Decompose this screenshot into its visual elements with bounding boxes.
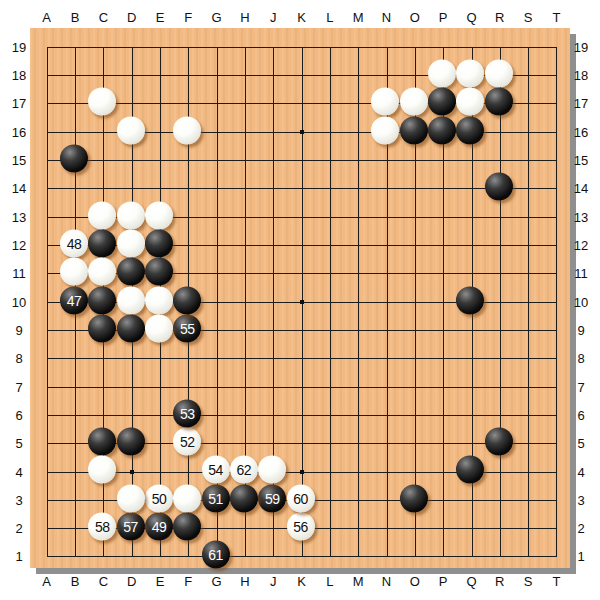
move-number: 56: [293, 520, 308, 534]
stone-F9: 55: [173, 314, 201, 342]
row-label-right-18: 18: [574, 68, 588, 83]
row-label-left-16: 16: [12, 124, 26, 139]
stone-D10: [117, 286, 145, 314]
col-label-bottom-K: K: [297, 574, 306, 589]
col-label-bottom-A: A: [42, 574, 51, 589]
col-label-top-G: G: [212, 10, 222, 25]
stone-F6: 53: [173, 399, 201, 427]
move-number: 47: [67, 293, 82, 307]
stone-B12: 48: [60, 229, 88, 257]
stone-Q18: [456, 60, 484, 88]
col-label-top-O: O: [410, 10, 420, 25]
row-label-right-14: 14: [574, 181, 588, 196]
stone-C10: [88, 286, 116, 314]
stone-C9: [88, 314, 116, 342]
stone-C11: [88, 258, 116, 286]
row-label-right-7: 7: [577, 379, 584, 394]
stone-D5: [117, 428, 145, 456]
stone-J3: 59: [258, 484, 286, 512]
col-label-top-P: P: [439, 10, 448, 25]
stone-G1: 61: [202, 541, 230, 569]
col-label-bottom-B: B: [71, 574, 80, 589]
move-number: 50: [152, 491, 167, 505]
col-label-bottom-H: H: [240, 574, 249, 589]
col-label-bottom-G: G: [212, 574, 222, 589]
stone-G3: 51: [202, 484, 230, 512]
stone-R14: [485, 173, 513, 201]
row-label-left-2: 2: [15, 521, 22, 536]
col-label-bottom-M: M: [353, 574, 364, 589]
row-label-left-3: 3: [15, 492, 22, 507]
row-label-right-12: 12: [574, 237, 588, 252]
row-label-left-11: 11: [12, 266, 26, 281]
row-label-left-19: 19: [12, 39, 26, 54]
col-label-bottom-E: E: [156, 574, 165, 589]
stone-Q17: [456, 88, 484, 116]
move-number: 62: [237, 463, 252, 477]
move-number: 60: [293, 491, 308, 505]
stone-R5: [485, 428, 513, 456]
row-label-right-15: 15: [574, 152, 588, 167]
col-label-top-T: T: [552, 10, 560, 25]
move-number: 54: [208, 463, 223, 477]
row-label-right-6: 6: [577, 407, 584, 422]
col-label-top-J: J: [270, 10, 277, 25]
stone-P16: [428, 116, 456, 144]
stone-P17: [428, 88, 456, 116]
stone-J4: [258, 456, 286, 484]
col-label-bottom-T: T: [552, 574, 560, 589]
row-label-left-15: 15: [12, 152, 26, 167]
stone-Q10: [456, 286, 484, 314]
row-label-left-6: 6: [15, 407, 22, 422]
stone-C13: [88, 201, 116, 229]
col-label-bottom-L: L: [326, 574, 333, 589]
col-label-bottom-S: S: [524, 574, 533, 589]
move-number: 49: [152, 520, 167, 534]
col-label-top-K: K: [297, 10, 306, 25]
stone-B15: [60, 144, 88, 172]
row-label-left-5: 5: [15, 436, 22, 451]
stone-C4: [88, 456, 116, 484]
move-number: 61: [208, 548, 223, 562]
row-label-left-9: 9: [15, 322, 22, 337]
go-board[interactable]: 47484950515253545556575859606162: [30, 28, 570, 568]
stone-F3: [173, 484, 201, 512]
stone-Q16: [456, 116, 484, 144]
row-label-right-19: 19: [574, 39, 588, 54]
stone-E3: 50: [145, 484, 173, 512]
row-label-right-5: 5: [577, 436, 584, 451]
stone-R17: [485, 88, 513, 116]
stone-D16: [117, 116, 145, 144]
stone-C12: [88, 229, 116, 257]
move-number: 58: [95, 520, 110, 534]
stone-F5: 52: [173, 428, 201, 456]
stone-N17: [371, 88, 399, 116]
col-label-bottom-F: F: [184, 574, 192, 589]
col-label-top-S: S: [524, 10, 533, 25]
row-label-left-10: 10: [12, 294, 26, 309]
move-number: 55: [180, 321, 195, 335]
row-label-left-4: 4: [15, 464, 22, 479]
col-label-bottom-N: N: [382, 574, 391, 589]
stone-K2: 56: [287, 513, 315, 541]
row-label-left-8: 8: [15, 351, 22, 366]
stones-layer: 47484950515253545556575859606162: [33, 33, 571, 571]
col-label-bottom-D: D: [127, 574, 136, 589]
stone-F16: [173, 116, 201, 144]
stone-D13: [117, 201, 145, 229]
row-label-right-3: 3: [577, 492, 584, 507]
col-label-top-L: L: [326, 10, 333, 25]
row-label-right-10: 10: [574, 294, 588, 309]
col-label-bottom-J: J: [270, 574, 277, 589]
col-label-top-C: C: [99, 10, 108, 25]
stone-K3: 60: [287, 484, 315, 512]
stone-D12: [117, 229, 145, 257]
stone-E12: [145, 229, 173, 257]
row-label-right-13: 13: [574, 209, 588, 224]
col-label-bottom-C: C: [99, 574, 108, 589]
row-label-right-16: 16: [574, 124, 588, 139]
row-label-left-14: 14: [12, 181, 26, 196]
row-label-right-1: 1: [577, 549, 584, 564]
row-label-left-18: 18: [12, 68, 26, 83]
row-label-left-17: 17: [12, 96, 26, 111]
stone-H3: [230, 484, 258, 512]
col-label-top-D: D: [127, 10, 136, 25]
col-label-top-Q: Q: [466, 10, 476, 25]
stone-D3: [117, 484, 145, 512]
stone-D2: 57: [117, 513, 145, 541]
row-label-left-12: 12: [12, 237, 26, 252]
col-label-top-H: H: [240, 10, 249, 25]
stone-F10: [173, 286, 201, 314]
stone-E9: [145, 314, 173, 342]
stone-B11: [60, 258, 88, 286]
col-label-bottom-O: O: [410, 574, 420, 589]
stone-C2: 58: [88, 513, 116, 541]
stone-O17: [400, 88, 428, 116]
stone-E2: 49: [145, 513, 173, 541]
row-label-right-8: 8: [577, 351, 584, 366]
row-label-right-2: 2: [577, 521, 584, 536]
move-number: 59: [265, 491, 280, 505]
col-label-bottom-Q: Q: [466, 574, 476, 589]
stone-E11: [145, 258, 173, 286]
move-number: 57: [123, 520, 138, 534]
col-label-top-M: M: [353, 10, 364, 25]
row-label-right-11: 11: [574, 266, 588, 281]
stone-D11: [117, 258, 145, 286]
stone-H4: 62: [230, 456, 258, 484]
stone-G4: 54: [202, 456, 230, 484]
row-label-left-13: 13: [12, 209, 26, 224]
stone-R18: [485, 60, 513, 88]
stone-C17: [88, 88, 116, 116]
col-label-top-B: B: [71, 10, 80, 25]
col-label-top-F: F: [184, 10, 192, 25]
col-label-bottom-P: P: [439, 574, 448, 589]
row-label-right-4: 4: [577, 464, 584, 479]
move-number: 48: [67, 236, 82, 250]
row-label-left-1: 1: [15, 549, 22, 564]
col-label-top-R: R: [495, 10, 504, 25]
move-number: 51: [208, 491, 223, 505]
col-label-top-N: N: [382, 10, 391, 25]
row-label-right-17: 17: [574, 96, 588, 111]
stone-D9: [117, 314, 145, 342]
stone-F2: [173, 513, 201, 541]
stone-C5: [88, 428, 116, 456]
move-number: 52: [180, 435, 195, 449]
stone-B10: 47: [60, 286, 88, 314]
row-label-left-7: 7: [15, 379, 22, 394]
stone-O16: [400, 116, 428, 144]
row-label-right-9: 9: [577, 322, 584, 337]
stone-N16: [371, 116, 399, 144]
stone-O3: [400, 484, 428, 512]
stone-Q4: [456, 456, 484, 484]
stone-E10: [145, 286, 173, 314]
page: 47484950515253545556575859606162 AABBCCD…: [0, 0, 600, 600]
col-label-bottom-R: R: [495, 574, 504, 589]
col-label-top-A: A: [42, 10, 51, 25]
move-number: 53: [180, 406, 195, 420]
col-label-top-E: E: [156, 10, 165, 25]
stone-E13: [145, 201, 173, 229]
stone-P18: [428, 60, 456, 88]
